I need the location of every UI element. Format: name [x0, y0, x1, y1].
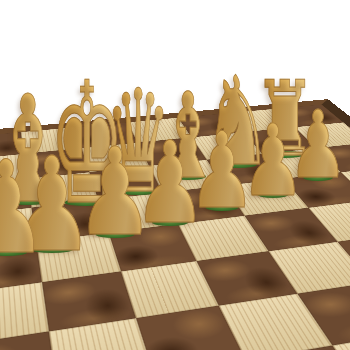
pawn-glyph: ♟: [0, 144, 47, 272]
pieces-layer: ♝♚♛♝♞♜♟♟♟♟♟♟♟: [0, 0, 350, 350]
chess-set-photo: ♝♚♛♝♞♜♟♟♟♟♟♟♟: [0, 0, 350, 350]
